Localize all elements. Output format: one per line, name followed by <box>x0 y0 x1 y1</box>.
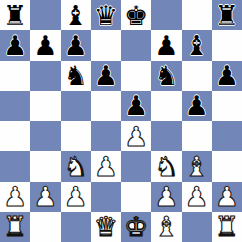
square-a2[interactable]: ♟ <box>0 182 30 212</box>
square-b3[interactable] <box>30 151 60 181</box>
piece-black-pawn[interactable]: ♟ <box>64 32 88 59</box>
piece-white-rook[interactable]: ♜ <box>3 213 27 240</box>
square-e7[interactable] <box>121 30 151 60</box>
piece-white-knight[interactable]: ♞ <box>64 153 88 180</box>
square-d2[interactable] <box>91 182 121 212</box>
square-a3[interactable] <box>0 151 30 181</box>
square-f2[interactable]: ♟ <box>151 182 181 212</box>
square-h5[interactable] <box>212 91 242 121</box>
square-f4[interactable] <box>151 121 181 151</box>
square-c8[interactable]: ♝ <box>61 0 91 30</box>
square-h3[interactable] <box>212 151 242 181</box>
square-b2[interactable]: ♟ <box>30 182 60 212</box>
piece-white-pawn[interactable]: ♟ <box>215 183 239 210</box>
square-d4[interactable] <box>91 121 121 151</box>
square-f8[interactable] <box>151 0 181 30</box>
square-d5[interactable] <box>91 91 121 121</box>
piece-white-pawn[interactable]: ♟ <box>64 183 88 210</box>
piece-white-pawn[interactable]: ♟ <box>33 183 57 210</box>
piece-white-pawn[interactable]: ♟ <box>94 153 118 180</box>
piece-white-bishop[interactable]: ♝ <box>154 213 178 240</box>
piece-black-pawn[interactable]: ♟ <box>3 32 27 59</box>
square-g8[interactable] <box>182 0 212 30</box>
square-f7[interactable]: ♟ <box>151 30 181 60</box>
square-b4[interactable] <box>30 121 60 151</box>
square-h1[interactable]: ♜ <box>212 212 242 242</box>
square-f5[interactable] <box>151 91 181 121</box>
piece-black-pawn[interactable]: ♟ <box>185 92 209 119</box>
square-e4[interactable]: ♟ <box>121 121 151 151</box>
square-a5[interactable] <box>0 91 30 121</box>
square-b5[interactable] <box>30 91 60 121</box>
square-g6[interactable] <box>182 61 212 91</box>
chess-board: ♜♝♛♚♜♟♟♟♟♝♞♟♞♟♟♟♟♞♟♞♝♟♟♟♟♟♟♜♛♚♝♜ <box>0 0 242 242</box>
square-d1[interactable]: ♛ <box>91 212 121 242</box>
piece-white-king[interactable]: ♚ <box>124 213 148 240</box>
square-b7[interactable]: ♟ <box>30 30 60 60</box>
square-d6[interactable]: ♟ <box>91 61 121 91</box>
square-d7[interactable] <box>91 30 121 60</box>
piece-black-rook[interactable]: ♜ <box>3 2 27 29</box>
square-g7[interactable]: ♝ <box>182 30 212 60</box>
piece-black-knight[interactable]: ♞ <box>64 62 88 89</box>
square-a8[interactable]: ♜ <box>0 0 30 30</box>
square-d8[interactable]: ♛ <box>91 0 121 30</box>
piece-black-bishop[interactable]: ♝ <box>185 32 209 59</box>
square-b8[interactable] <box>30 0 60 30</box>
square-e1[interactable]: ♚ <box>121 212 151 242</box>
piece-black-pawn[interactable]: ♟ <box>215 62 239 89</box>
square-e5[interactable]: ♟ <box>121 91 151 121</box>
square-c4[interactable] <box>61 121 91 151</box>
square-f3[interactable]: ♞ <box>151 151 181 181</box>
piece-white-pawn[interactable]: ♟ <box>3 183 27 210</box>
square-c1[interactable] <box>61 212 91 242</box>
square-e8[interactable]: ♚ <box>121 0 151 30</box>
square-a1[interactable]: ♜ <box>0 212 30 242</box>
square-e6[interactable] <box>121 61 151 91</box>
square-h6[interactable]: ♟ <box>212 61 242 91</box>
piece-black-pawn[interactable]: ♟ <box>154 32 178 59</box>
square-h8[interactable]: ♜ <box>212 0 242 30</box>
square-b6[interactable] <box>30 61 60 91</box>
square-e3[interactable] <box>121 151 151 181</box>
piece-white-queen[interactable]: ♛ <box>94 213 118 240</box>
square-a7[interactable]: ♟ <box>0 30 30 60</box>
piece-black-queen[interactable]: ♛ <box>94 2 118 29</box>
piece-black-bishop[interactable]: ♝ <box>64 2 88 29</box>
piece-black-knight[interactable]: ♞ <box>154 62 178 89</box>
square-e2[interactable] <box>121 182 151 212</box>
piece-white-pawn[interactable]: ♟ <box>124 123 148 150</box>
square-c7[interactable]: ♟ <box>61 30 91 60</box>
square-g4[interactable] <box>182 121 212 151</box>
square-a4[interactable] <box>0 121 30 151</box>
square-c6[interactable]: ♞ <box>61 61 91 91</box>
piece-white-pawn[interactable]: ♟ <box>154 183 178 210</box>
square-c3[interactable]: ♞ <box>61 151 91 181</box>
square-b1[interactable] <box>30 212 60 242</box>
piece-black-rook[interactable]: ♜ <box>215 2 239 29</box>
piece-black-pawn[interactable]: ♟ <box>94 62 118 89</box>
square-f6[interactable]: ♞ <box>151 61 181 91</box>
square-g3[interactable]: ♝ <box>182 151 212 181</box>
square-h2[interactable]: ♟ <box>212 182 242 212</box>
piece-black-pawn[interactable]: ♟ <box>33 32 57 59</box>
square-c2[interactable]: ♟ <box>61 182 91 212</box>
piece-white-knight[interactable]: ♞ <box>154 153 178 180</box>
piece-white-bishop[interactable]: ♝ <box>185 153 209 180</box>
piece-black-king[interactable]: ♚ <box>124 2 148 29</box>
square-g1[interactable] <box>182 212 212 242</box>
square-c5[interactable] <box>61 91 91 121</box>
square-h4[interactable] <box>212 121 242 151</box>
piece-white-rook[interactable]: ♜ <box>215 213 239 240</box>
square-a6[interactable] <box>0 61 30 91</box>
square-f1[interactable]: ♝ <box>151 212 181 242</box>
square-d3[interactable]: ♟ <box>91 151 121 181</box>
square-g5[interactable]: ♟ <box>182 91 212 121</box>
square-h7[interactable] <box>212 30 242 60</box>
piece-black-pawn[interactable]: ♟ <box>124 92 148 119</box>
piece-white-pawn[interactable]: ♟ <box>185 183 209 210</box>
square-g2[interactable]: ♟ <box>182 182 212 212</box>
